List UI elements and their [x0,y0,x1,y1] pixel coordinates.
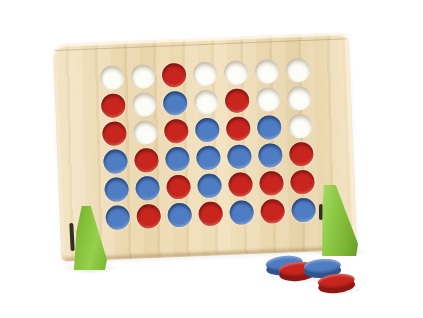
cell-r5c1[interactable] [104,177,129,202]
cell-r4c2[interactable] [134,148,159,173]
cell-r3c2[interactable] [133,120,158,145]
cell-r1c1[interactable] [100,65,125,90]
cell-r4c6[interactable] [258,143,283,168]
cell-r4c1[interactable] [103,149,128,174]
cell-r5c5[interactable] [228,172,253,197]
cell-r4c5[interactable] [227,144,252,169]
cell-r6c2[interactable] [136,204,161,229]
cell-r4c3[interactable] [165,147,190,172]
board-panel [53,32,358,262]
cell-r4c4[interactable] [196,145,221,170]
cell-r3c7[interactable] [288,114,313,139]
cell-r5c4[interactable] [197,173,222,198]
cell-r6c3[interactable] [167,203,192,228]
cell-r1c2[interactable] [131,64,156,89]
cell-r4c7[interactable] [289,142,314,167]
cell-r3c6[interactable] [257,115,282,140]
cell-r2c6[interactable] [256,87,281,112]
cell-r6c5[interactable] [229,200,254,225]
cell-r6c7[interactable] [291,198,316,223]
cell-r3c4[interactable] [195,117,220,142]
photo-scene [0,0,423,318]
cell-r3c3[interactable] [164,119,189,144]
cell-r1c5[interactable] [224,60,249,85]
loose-disc-red-front[interactable] [317,272,356,296]
cell-r1c6[interactable] [255,59,280,84]
cell-r5c3[interactable] [166,175,191,200]
cell-r2c2[interactable] [132,92,157,117]
cell-r2c7[interactable] [287,86,312,111]
cell-r2c5[interactable] [225,88,250,113]
cell-r5c2[interactable] [135,176,160,201]
cell-r2c1[interactable] [101,93,126,118]
cell-r6c4[interactable] [198,201,223,226]
cell-r1c7[interactable] [286,58,311,83]
cell-r2c3[interactable] [163,91,188,116]
cell-r5c6[interactable] [259,171,284,196]
board-edge-seam [55,38,347,51]
cell-r6c6[interactable] [260,199,285,224]
hole-grid [100,58,316,230]
cell-r5c7[interactable] [290,170,315,195]
cell-r3c1[interactable] [102,121,127,146]
cell-r3c5[interactable] [226,116,251,141]
cell-r1c3[interactable] [162,63,187,88]
cell-r1c4[interactable] [193,61,218,86]
cell-r6c1[interactable] [105,205,130,230]
cell-r2c4[interactable] [194,89,219,114]
